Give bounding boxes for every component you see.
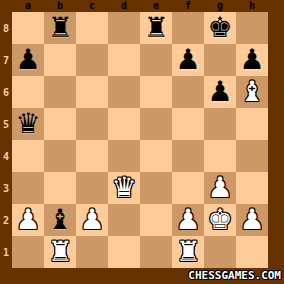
- white-pawn: ♟: [15, 204, 40, 236]
- square-b4: [44, 140, 76, 172]
- square-f4: [172, 140, 204, 172]
- black-pawn: ♟: [175, 44, 200, 76]
- square-c4: [76, 140, 108, 172]
- square-e4: [140, 140, 172, 172]
- square-b7: [44, 44, 76, 76]
- rank-label-2: 2: [0, 204, 12, 236]
- rank-label-3: 3: [0, 172, 12, 204]
- square-g3: ♟: [204, 172, 236, 204]
- chess-board: ♜♜♚♟♟♟♟♝♛♛♟♟♝♟♟♚♟♜♜: [12, 12, 268, 268]
- square-f3: [172, 172, 204, 204]
- square-e5: [140, 108, 172, 140]
- white-king: ♚: [207, 204, 232, 236]
- file-label-h: h: [236, 0, 268, 12]
- square-f1: ♜: [172, 236, 204, 268]
- black-queen: ♛: [15, 108, 40, 140]
- square-e2: [140, 204, 172, 236]
- rank-label-5: 5: [0, 108, 12, 140]
- black-bishop: ♝: [47, 204, 72, 236]
- square-c3: [76, 172, 108, 204]
- square-f5: [172, 108, 204, 140]
- white-pawn: ♟: [79, 204, 104, 236]
- square-b3: [44, 172, 76, 204]
- white-pawn: ♟: [239, 204, 264, 236]
- square-e3: [140, 172, 172, 204]
- white-queen: ♛: [111, 172, 136, 204]
- square-f2: ♟: [172, 204, 204, 236]
- square-d2: [108, 204, 140, 236]
- square-g1: [204, 236, 236, 268]
- file-label-a: a: [12, 0, 44, 12]
- white-bishop: ♝: [239, 76, 264, 108]
- square-g6: ♟: [204, 76, 236, 108]
- square-c6: [76, 76, 108, 108]
- square-h6: ♝: [236, 76, 268, 108]
- square-h3: [236, 172, 268, 204]
- rank-label-6: 6: [0, 76, 12, 108]
- square-d8: [108, 12, 140, 44]
- square-b8: ♜: [44, 12, 76, 44]
- square-f8: [172, 12, 204, 44]
- square-a5: ♛: [12, 108, 44, 140]
- square-d7: [108, 44, 140, 76]
- square-f6: [172, 76, 204, 108]
- square-d4: [108, 140, 140, 172]
- square-a8: [12, 12, 44, 44]
- black-rook: ♜: [143, 12, 168, 44]
- square-b1: ♜: [44, 236, 76, 268]
- rank-label-7: 7: [0, 44, 12, 76]
- square-a4: [12, 140, 44, 172]
- square-c8: [76, 12, 108, 44]
- black-rook: ♜: [47, 12, 72, 44]
- square-h4: [236, 140, 268, 172]
- square-a3: [12, 172, 44, 204]
- square-h5: [236, 108, 268, 140]
- square-a7: ♟: [12, 44, 44, 76]
- square-d5: [108, 108, 140, 140]
- square-h7: ♟: [236, 44, 268, 76]
- square-d1: [108, 236, 140, 268]
- file-label-c: c: [76, 0, 108, 12]
- square-b6: [44, 76, 76, 108]
- square-g4: [204, 140, 236, 172]
- black-pawn: ♟: [15, 44, 40, 76]
- square-c7: [76, 44, 108, 76]
- square-d3: ♛: [108, 172, 140, 204]
- square-g5: [204, 108, 236, 140]
- square-g7: [204, 44, 236, 76]
- white-rook: ♜: [175, 236, 200, 268]
- black-king: ♚: [207, 12, 232, 44]
- rank-label-8: 8: [0, 12, 12, 44]
- square-a1: [12, 236, 44, 268]
- square-c2: ♟: [76, 204, 108, 236]
- square-b5: [44, 108, 76, 140]
- chess-diagram: abcdefgh 87654321 ♜♜♚♟♟♟♟♝♛♛♟♟♝♟♟♚♟♜♜ CH…: [0, 0, 284, 284]
- square-c5: [76, 108, 108, 140]
- rank-labels: 87654321: [0, 12, 12, 268]
- square-a2: ♟: [12, 204, 44, 236]
- square-g2: ♚: [204, 204, 236, 236]
- white-pawn: ♟: [207, 172, 232, 204]
- square-h1: [236, 236, 268, 268]
- square-h8: [236, 12, 268, 44]
- square-h2: ♟: [236, 204, 268, 236]
- black-pawn: ♟: [207, 76, 232, 108]
- square-e8: ♜: [140, 12, 172, 44]
- square-b2: ♝: [44, 204, 76, 236]
- file-label-d: d: [108, 0, 140, 12]
- square-e7: [140, 44, 172, 76]
- rank-label-4: 4: [0, 140, 12, 172]
- white-rook: ♜: [47, 236, 72, 268]
- square-f7: ♟: [172, 44, 204, 76]
- black-pawn: ♟: [239, 44, 264, 76]
- file-label-f: f: [172, 0, 204, 12]
- square-c1: [76, 236, 108, 268]
- white-pawn: ♟: [175, 204, 200, 236]
- site-watermark: CHESSGAMES.COM: [188, 269, 281, 283]
- square-d6: [108, 76, 140, 108]
- square-g8: ♚: [204, 12, 236, 44]
- square-a6: [12, 76, 44, 108]
- square-e1: [140, 236, 172, 268]
- rank-label-1: 1: [0, 236, 12, 268]
- square-e6: [140, 76, 172, 108]
